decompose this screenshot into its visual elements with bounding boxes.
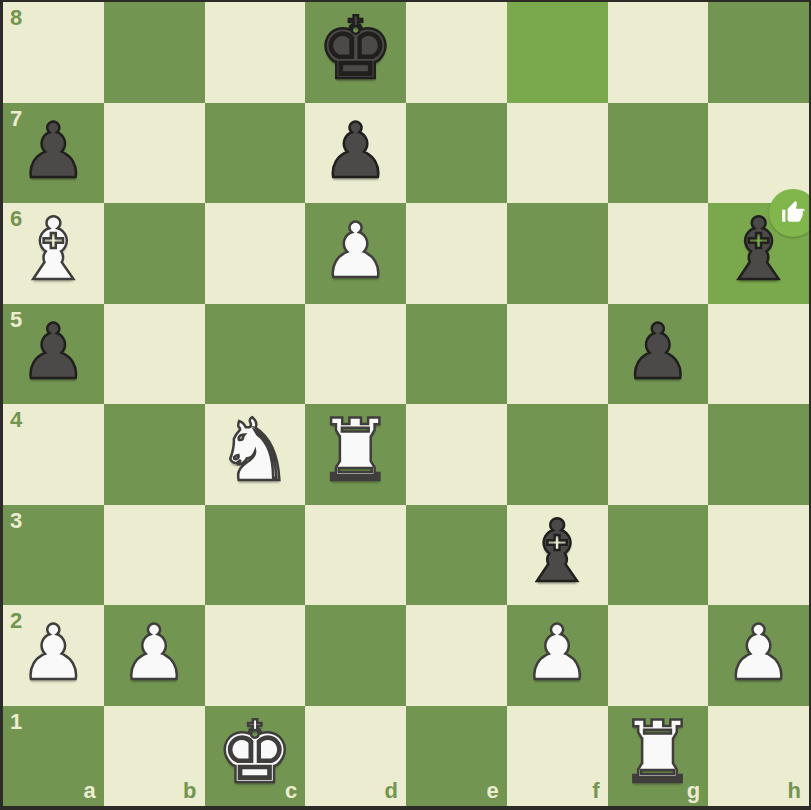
square-b1[interactable]: b — [104, 706, 205, 807]
square-e5[interactable] — [406, 304, 507, 405]
square-c2[interactable] — [205, 605, 306, 706]
square-g3[interactable] — [608, 505, 709, 606]
white-knight-c4[interactable]: ♞ — [216, 407, 293, 493]
black-bishop-f3[interactable]: ♝ — [519, 508, 596, 594]
square-e1[interactable]: e — [406, 706, 507, 807]
square-b8[interactable] — [104, 2, 205, 103]
square-b5[interactable] — [104, 304, 205, 405]
square-e6[interactable] — [406, 203, 507, 304]
file-label-e: e — [487, 780, 499, 802]
rank-label-8: 8 — [10, 7, 22, 29]
square-c4[interactable]: ♞ — [205, 404, 306, 505]
file-label-f: f — [592, 780, 599, 802]
square-b4[interactable] — [104, 404, 205, 505]
square-a6[interactable]: 6♝ — [3, 203, 104, 304]
square-f5[interactable] — [507, 304, 608, 405]
square-h3[interactable] — [708, 505, 809, 606]
square-f4[interactable] — [507, 404, 608, 505]
square-c3[interactable] — [205, 505, 306, 606]
square-h1[interactable]: h — [708, 706, 809, 807]
square-a5[interactable]: 5♟ — [3, 304, 104, 405]
square-a2[interactable]: 2♟ — [3, 605, 104, 706]
white-pawn-f2[interactable]: ♟ — [523, 615, 591, 691]
square-h5[interactable] — [708, 304, 809, 405]
square-g6[interactable] — [608, 203, 709, 304]
chess-board: 8♚7♟♟6♝♟♝5♟♟4♞♜3♝2♟♟♟♟1abc♚defg♜h — [3, 2, 809, 806]
good-move-badge — [769, 189, 811, 237]
square-d2[interactable] — [305, 605, 406, 706]
square-g5[interactable]: ♟ — [608, 304, 709, 405]
square-d3[interactable] — [305, 505, 406, 606]
white-pawn-d6[interactable]: ♟ — [322, 213, 390, 289]
chess-board-container: 8♚7♟♟6♝♟♝5♟♟4♞♜3♝2♟♟♟♟1abc♚defg♜h — [0, 0, 811, 810]
rank-label-4: 4 — [10, 409, 22, 431]
white-king-c1[interactable]: ♚ — [216, 709, 293, 795]
square-c8[interactable] — [205, 2, 306, 103]
square-a7[interactable]: 7♟ — [3, 103, 104, 204]
file-label-a: a — [84, 780, 96, 802]
square-d7[interactable]: ♟ — [305, 103, 406, 204]
file-label-h: h — [788, 780, 801, 802]
square-a4[interactable]: 4 — [3, 404, 104, 505]
white-rook-d4[interactable]: ♜ — [317, 407, 394, 493]
square-d4[interactable]: ♜ — [305, 404, 406, 505]
square-e8[interactable] — [406, 2, 507, 103]
square-g2[interactable] — [608, 605, 709, 706]
rank-label-3: 3 — [10, 510, 22, 532]
square-f8[interactable] — [507, 2, 608, 103]
square-f2[interactable]: ♟ — [507, 605, 608, 706]
square-c6[interactable] — [205, 203, 306, 304]
square-e4[interactable] — [406, 404, 507, 505]
white-pawn-a2[interactable]: ♟ — [19, 615, 87, 691]
square-b2[interactable]: ♟ — [104, 605, 205, 706]
white-bishop-a6[interactable]: ♝ — [15, 206, 92, 292]
square-h7[interactable] — [708, 103, 809, 204]
square-g8[interactable] — [608, 2, 709, 103]
square-d1[interactable]: d — [305, 706, 406, 807]
square-e2[interactable] — [406, 605, 507, 706]
white-rook-g1[interactable]: ♜ — [619, 709, 696, 795]
file-label-b: b — [183, 780, 196, 802]
square-f6[interactable] — [507, 203, 608, 304]
square-a3[interactable]: 3 — [3, 505, 104, 606]
square-b7[interactable] — [104, 103, 205, 204]
rank-label-1: 1 — [10, 711, 22, 733]
square-c7[interactable] — [205, 103, 306, 204]
file-label-d: d — [385, 780, 398, 802]
black-pawn-d7[interactable]: ♟ — [322, 113, 390, 189]
square-d8[interactable]: ♚ — [305, 2, 406, 103]
square-b3[interactable] — [104, 505, 205, 606]
square-f1[interactable]: f — [507, 706, 608, 807]
black-pawn-a5[interactable]: ♟ — [19, 314, 87, 390]
white-pawn-b2[interactable]: ♟ — [120, 615, 188, 691]
square-d6[interactable]: ♟ — [305, 203, 406, 304]
thumbs-up-icon — [780, 200, 806, 226]
square-h4[interactable] — [708, 404, 809, 505]
square-d5[interactable] — [305, 304, 406, 405]
square-h8[interactable] — [708, 2, 809, 103]
square-e3[interactable] — [406, 505, 507, 606]
square-g4[interactable] — [608, 404, 709, 505]
square-e7[interactable] — [406, 103, 507, 204]
black-king-d8[interactable]: ♚ — [317, 5, 394, 91]
square-g1[interactable]: g♜ — [608, 706, 709, 807]
square-g7[interactable] — [608, 103, 709, 204]
square-c1[interactable]: c♚ — [205, 706, 306, 807]
square-a1[interactable]: 1a — [3, 706, 104, 807]
square-f3[interactable]: ♝ — [507, 505, 608, 606]
black-pawn-g5[interactable]: ♟ — [624, 314, 692, 390]
square-a8[interactable]: 8 — [3, 2, 104, 103]
square-c5[interactable] — [205, 304, 306, 405]
black-pawn-a7[interactable]: ♟ — [19, 113, 87, 189]
square-b6[interactable] — [104, 203, 205, 304]
square-h2[interactable]: ♟ — [708, 605, 809, 706]
white-pawn-h2[interactable]: ♟ — [725, 615, 793, 691]
square-f7[interactable] — [507, 103, 608, 204]
